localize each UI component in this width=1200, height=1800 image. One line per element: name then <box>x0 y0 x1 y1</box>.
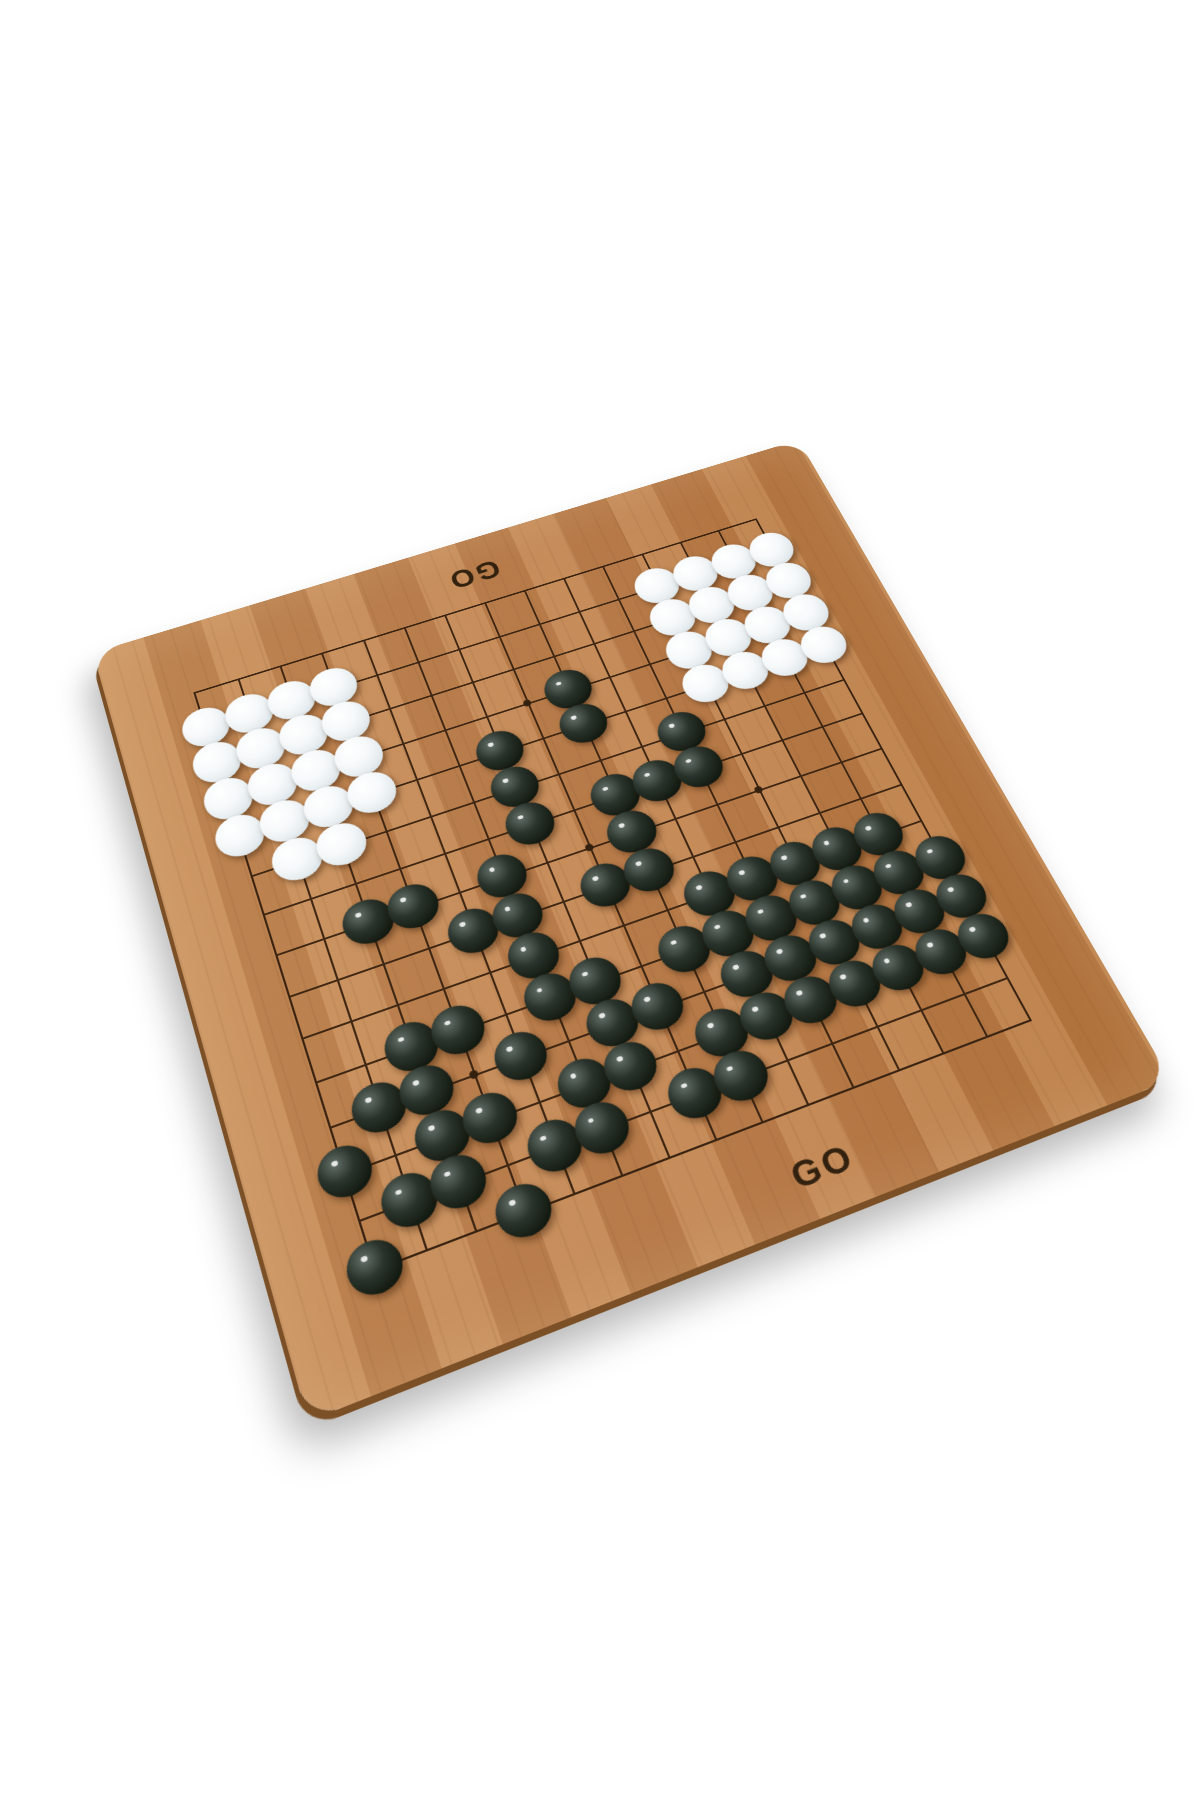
black-stone[interactable] <box>340 1232 410 1304</box>
go-board: GO GO <box>93 440 1171 1421</box>
black-stone[interactable] <box>489 1176 559 1245</box>
black-stone[interactable] <box>311 1137 379 1205</box>
go-board-wrap: GO GO <box>93 440 1171 1421</box>
scene: GO GO <box>0 0 1200 1800</box>
product-photo-go-board: { "game": "go", "board": { "grid_lines":… <box>0 0 1200 1800</box>
black-stone[interactable] <box>487 1025 554 1088</box>
board-engraving-go-bottom: GO <box>785 1137 860 1195</box>
